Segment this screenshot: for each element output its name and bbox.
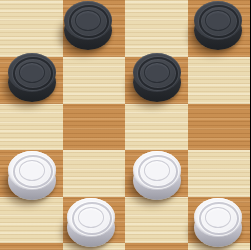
white-checker-piece[interactable]: [8, 151, 56, 200]
checkers-app-view: [0, 0, 250, 250]
square-r0c0[interactable]: [0, 0, 63, 57]
black-checker-piece[interactable]: [64, 1, 112, 50]
black-piece-center: [205, 10, 231, 31]
checkers-board: [0, 0, 250, 250]
white-piece-center: [19, 160, 45, 181]
black-piece-center: [75, 10, 101, 31]
white-checker-piece[interactable]: [133, 151, 181, 200]
white-piece-center: [78, 207, 104, 228]
square-r4c0[interactable]: [0, 197, 63, 244]
white-piece-center: [205, 207, 231, 228]
white-checker-piece[interactable]: [194, 198, 242, 247]
black-piece-center: [19, 62, 45, 83]
square-r1c1[interactable]: [63, 57, 126, 104]
square-r2c0[interactable]: [0, 104, 63, 151]
black-checker-piece[interactable]: [194, 1, 242, 50]
square-r3c3[interactable]: [188, 150, 251, 197]
square-r3c1[interactable]: [63, 150, 126, 197]
square-r2c1[interactable]: [63, 104, 126, 151]
black-piece-center: [144, 62, 170, 83]
square-r4c2[interactable]: [125, 197, 188, 244]
square-r5c2[interactable]: [125, 243, 188, 250]
square-r5c0[interactable]: [0, 243, 63, 250]
square-r2c3[interactable]: [188, 104, 251, 151]
black-checker-piece[interactable]: [133, 53, 181, 102]
white-checker-piece[interactable]: [67, 198, 115, 247]
square-r0c2[interactable]: [125, 0, 188, 57]
square-r1c3[interactable]: [188, 57, 251, 104]
square-r2c2[interactable]: [125, 104, 188, 151]
black-checker-piece[interactable]: [8, 53, 56, 102]
white-piece-center: [144, 160, 170, 181]
